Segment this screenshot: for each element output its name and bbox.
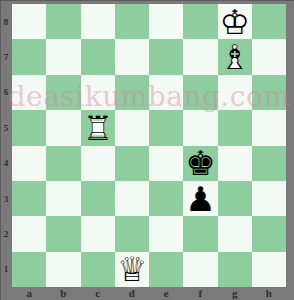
rank-labels: 87654321 bbox=[0, 4, 12, 287]
square-a5 bbox=[12, 110, 46, 145]
rank-label-1: 1 bbox=[0, 252, 12, 287]
rank-label-2: 2 bbox=[0, 216, 12, 251]
square-c5: ♜♖ bbox=[81, 110, 115, 145]
square-e6 bbox=[149, 75, 183, 110]
square-d5 bbox=[115, 110, 149, 145]
square-c4 bbox=[81, 146, 115, 181]
square-g7: ♝♗ bbox=[218, 39, 252, 74]
square-e2 bbox=[149, 216, 183, 251]
square-f2 bbox=[183, 216, 217, 251]
square-d2 bbox=[115, 216, 149, 251]
square-b8 bbox=[46, 4, 80, 39]
square-b6 bbox=[46, 75, 80, 110]
square-h7 bbox=[252, 39, 286, 74]
square-c2 bbox=[81, 216, 115, 251]
square-a3 bbox=[12, 181, 46, 216]
file-label-c: c bbox=[81, 287, 115, 300]
square-f5 bbox=[183, 110, 217, 145]
black-king: ♚ bbox=[185, 146, 215, 180]
square-d7 bbox=[115, 39, 149, 74]
square-e3 bbox=[149, 181, 183, 216]
square-b1 bbox=[46, 252, 80, 287]
white-bishop-outline: ♗ bbox=[219, 40, 249, 74]
square-a7 bbox=[12, 39, 46, 74]
file-label-g: g bbox=[218, 287, 252, 300]
square-c8 bbox=[81, 4, 115, 39]
square-g1 bbox=[218, 252, 252, 287]
square-g6 bbox=[218, 75, 252, 110]
white-queen: ♛♕ bbox=[117, 252, 147, 286]
rank-label-4: 4 bbox=[0, 146, 12, 181]
square-c7 bbox=[81, 39, 115, 74]
square-e5 bbox=[149, 110, 183, 145]
rank-label-3: 3 bbox=[0, 181, 12, 216]
board-squares: deasikumbang.com ♚♔♝♗♜♖♚♟♛♕ bbox=[12, 4, 286, 287]
square-f4: ♚ bbox=[183, 146, 217, 181]
white-bishop: ♝♗ bbox=[219, 40, 249, 74]
square-f6 bbox=[183, 75, 217, 110]
rank-label-8: 8 bbox=[0, 4, 12, 39]
square-g2 bbox=[218, 216, 252, 251]
black-king-glyph: ♚ bbox=[185, 146, 215, 180]
square-b7 bbox=[46, 39, 80, 74]
white-king: ♚♔ bbox=[219, 5, 249, 39]
square-d4 bbox=[115, 146, 149, 181]
square-b3 bbox=[46, 181, 80, 216]
square-c6 bbox=[81, 75, 115, 110]
square-d1: ♛♕ bbox=[115, 252, 149, 287]
square-e8 bbox=[149, 4, 183, 39]
file-labels: abcdefgh bbox=[12, 287, 286, 300]
square-c1 bbox=[81, 252, 115, 287]
white-rook: ♜♖ bbox=[82, 111, 112, 145]
black-pawn: ♟ bbox=[185, 182, 215, 216]
square-b5 bbox=[46, 110, 80, 145]
square-h6 bbox=[252, 75, 286, 110]
file-label-b: b bbox=[46, 287, 80, 300]
square-e1 bbox=[149, 252, 183, 287]
square-a4 bbox=[12, 146, 46, 181]
square-d6 bbox=[115, 75, 149, 110]
square-a8 bbox=[12, 4, 46, 39]
square-h5 bbox=[252, 110, 286, 145]
white-king-outline: ♔ bbox=[219, 5, 249, 39]
square-b4 bbox=[46, 146, 80, 181]
square-b2 bbox=[46, 216, 80, 251]
square-c3 bbox=[81, 181, 115, 216]
square-g5 bbox=[218, 110, 252, 145]
square-g3 bbox=[218, 181, 252, 216]
square-a2 bbox=[12, 216, 46, 251]
file-label-h: h bbox=[252, 287, 286, 300]
white-queen-outline: ♕ bbox=[117, 252, 147, 286]
square-f3: ♟ bbox=[183, 181, 217, 216]
square-g8: ♚♔ bbox=[218, 4, 252, 39]
square-h4 bbox=[252, 146, 286, 181]
file-label-f: f bbox=[183, 287, 217, 300]
white-rook-outline: ♖ bbox=[82, 111, 112, 145]
square-e4 bbox=[149, 146, 183, 181]
file-label-e: e bbox=[149, 287, 183, 300]
file-label-a: a bbox=[12, 287, 46, 300]
black-pawn-glyph: ♟ bbox=[185, 182, 215, 216]
rank-label-6: 6 bbox=[0, 75, 12, 110]
square-h2 bbox=[252, 216, 286, 251]
square-e7 bbox=[149, 39, 183, 74]
square-f7 bbox=[183, 39, 217, 74]
square-f8 bbox=[183, 4, 217, 39]
square-a6 bbox=[12, 75, 46, 110]
square-h1 bbox=[252, 252, 286, 287]
rank-label-7: 7 bbox=[0, 39, 12, 74]
square-d3 bbox=[115, 181, 149, 216]
square-g4 bbox=[218, 146, 252, 181]
square-d8 bbox=[115, 4, 149, 39]
square-h8 bbox=[252, 4, 286, 39]
square-f1 bbox=[183, 252, 217, 287]
square-a1 bbox=[12, 252, 46, 287]
square-h3 bbox=[252, 181, 286, 216]
rank-label-5: 5 bbox=[0, 110, 12, 145]
chess-board-frame: 87654321 deasikumbang.com ♚♔♝♗♜♖♚♟♛♕ abc… bbox=[0, 0, 294, 300]
